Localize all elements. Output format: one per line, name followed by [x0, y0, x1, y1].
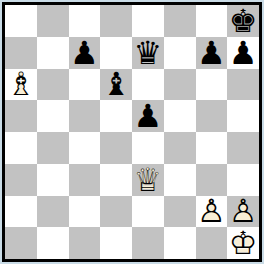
square-c3[interactable] — [69, 164, 101, 196]
square-d6[interactable]: ♝ — [100, 69, 132, 101]
square-a3[interactable] — [5, 164, 37, 196]
white-piece-outline-glyph: ♙ — [227, 196, 259, 228]
square-b7[interactable] — [37, 37, 69, 69]
square-h5[interactable] — [227, 100, 259, 132]
black-pawn[interactable]: ♟ — [69, 37, 101, 69]
square-e5[interactable]: ♟ — [132, 100, 164, 132]
square-h3[interactable] — [227, 164, 259, 196]
square-d1[interactable] — [100, 227, 132, 259]
white-piece-outline-glyph: ♙ — [196, 196, 228, 228]
square-d2[interactable] — [100, 196, 132, 228]
white-pawn[interactable]: ♟♙ — [196, 196, 228, 228]
square-b1[interactable] — [37, 227, 69, 259]
black-piece-glyph: ♚ — [227, 5, 259, 37]
square-a4[interactable] — [5, 132, 37, 164]
square-c1[interactable] — [69, 227, 101, 259]
square-b3[interactable] — [37, 164, 69, 196]
square-d3[interactable] — [100, 164, 132, 196]
square-f4[interactable] — [164, 132, 196, 164]
square-f6[interactable] — [164, 69, 196, 101]
square-b8[interactable] — [37, 5, 69, 37]
black-bishop[interactable]: ♝ — [100, 69, 132, 101]
square-d7[interactable] — [100, 37, 132, 69]
black-piece-glyph: ♟ — [227, 37, 259, 69]
black-pawn[interactable]: ♟ — [132, 100, 164, 132]
square-e3[interactable]: ♛♕ — [132, 164, 164, 196]
black-king[interactable]: ♚ — [227, 5, 259, 37]
black-piece-glyph: ♟ — [69, 37, 101, 69]
black-pawn[interactable]: ♟ — [227, 37, 259, 69]
white-queen[interactable]: ♛♕ — [132, 164, 164, 196]
square-e7[interactable]: ♛ — [132, 37, 164, 69]
square-e8[interactable] — [132, 5, 164, 37]
square-f3[interactable] — [164, 164, 196, 196]
square-f2[interactable] — [164, 196, 196, 228]
chessboard: ♚♟♛♟♟♝♗♝♟♛♕♟♙♟♙♚♔ — [5, 5, 259, 259]
white-piece-outline-glyph: ♕ — [132, 164, 164, 196]
square-g2[interactable]: ♟♙ — [196, 196, 228, 228]
square-e6[interactable] — [132, 69, 164, 101]
square-c2[interactable] — [69, 196, 101, 228]
square-b2[interactable] — [37, 196, 69, 228]
black-piece-glyph: ♟ — [196, 37, 228, 69]
square-a8[interactable] — [5, 5, 37, 37]
square-e1[interactable] — [132, 227, 164, 259]
square-h8[interactable]: ♚ — [227, 5, 259, 37]
square-d5[interactable] — [100, 100, 132, 132]
square-a5[interactable] — [5, 100, 37, 132]
square-c8[interactable] — [69, 5, 101, 37]
chess-diagram: ♚♟♛♟♟♝♗♝♟♛♕♟♙♟♙♚♔ — [0, 0, 264, 264]
square-c4[interactable] — [69, 132, 101, 164]
square-a1[interactable] — [5, 227, 37, 259]
square-h6[interactable] — [227, 69, 259, 101]
square-e4[interactable] — [132, 132, 164, 164]
black-piece-glyph: ♛ — [132, 37, 164, 69]
black-pawn[interactable]: ♟ — [196, 37, 228, 69]
square-c5[interactable] — [69, 100, 101, 132]
square-g7[interactable]: ♟ — [196, 37, 228, 69]
square-b5[interactable] — [37, 100, 69, 132]
square-c7[interactable]: ♟ — [69, 37, 101, 69]
square-g8[interactable] — [196, 5, 228, 37]
square-g6[interactable] — [196, 69, 228, 101]
square-h7[interactable]: ♟ — [227, 37, 259, 69]
square-f1[interactable] — [164, 227, 196, 259]
square-h4[interactable] — [227, 132, 259, 164]
black-queen[interactable]: ♛ — [132, 37, 164, 69]
black-piece-glyph: ♝ — [100, 69, 132, 101]
square-b6[interactable] — [37, 69, 69, 101]
square-g3[interactable] — [196, 164, 228, 196]
square-e2[interactable] — [132, 196, 164, 228]
square-f7[interactable] — [164, 37, 196, 69]
white-king[interactable]: ♚♔ — [227, 227, 259, 259]
square-d8[interactable] — [100, 5, 132, 37]
square-f8[interactable] — [164, 5, 196, 37]
square-a2[interactable] — [5, 196, 37, 228]
square-a7[interactable] — [5, 37, 37, 69]
square-b4[interactable] — [37, 132, 69, 164]
square-h1[interactable]: ♚♔ — [227, 227, 259, 259]
white-pawn[interactable]: ♟♙ — [227, 196, 259, 228]
square-g4[interactable] — [196, 132, 228, 164]
square-h2[interactable]: ♟♙ — [227, 196, 259, 228]
white-bishop[interactable]: ♝♗ — [5, 69, 37, 101]
white-piece-outline-glyph: ♔ — [227, 227, 259, 259]
square-g1[interactable] — [196, 227, 228, 259]
square-c6[interactable] — [69, 69, 101, 101]
board-frame: ♚♟♛♟♟♝♗♝♟♛♕♟♙♟♙♚♔ — [2, 2, 262, 262]
black-piece-glyph: ♟ — [132, 100, 164, 132]
square-a6[interactable]: ♝♗ — [5, 69, 37, 101]
square-d4[interactable] — [100, 132, 132, 164]
square-g5[interactable] — [196, 100, 228, 132]
white-piece-outline-glyph: ♗ — [5, 69, 37, 101]
square-f5[interactable] — [164, 100, 196, 132]
